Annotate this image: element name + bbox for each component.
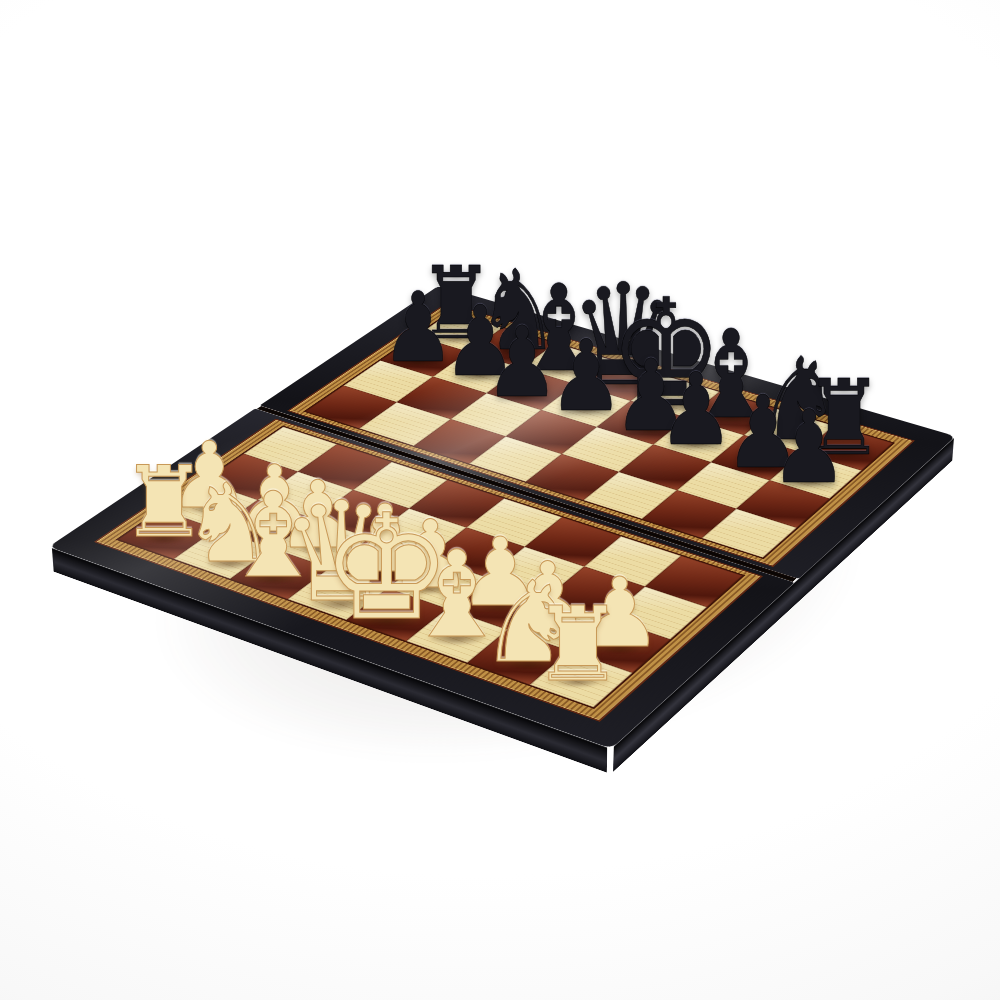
square-d3	[370, 508, 467, 557]
square-h5	[702, 509, 797, 558]
square-e2	[388, 557, 487, 608]
square-c2	[272, 519, 370, 568]
square-g5	[642, 490, 736, 538]
square-g4	[584, 536, 681, 586]
photo-soften-layer: ♜♞♝♛♚♝♞♜♟♟♟♟♟♟♟♟♟♟♟♟♟♟♟♟♜♞♝♛♚♝♞♜	[0, 0, 1000, 1000]
square-d2	[329, 538, 427, 588]
square-c3	[313, 490, 409, 538]
square-h1	[530, 651, 633, 707]
square-f1	[406, 609, 507, 663]
square-h2	[569, 618, 670, 673]
chess-set-product-photo: ♜♞♝♛♚♝♞♜♟♟♟♟♟♟♟♟♟♟♟♟♟♟♟♟♜♞♝♛♚♝♞♜	[0, 0, 1000, 1000]
square-f3	[486, 547, 584, 598]
square-b1	[174, 529, 273, 579]
board-face	[49, 285, 956, 748]
square-c1	[230, 548, 329, 599]
square-f4	[525, 517, 621, 566]
square-f2	[447, 577, 547, 629]
board-perspective-viewport	[0, 0, 1000, 1000]
square-b2	[216, 500, 313, 548]
square-h4	[645, 556, 742, 607]
square-g2	[508, 598, 608, 651]
square-e3	[428, 527, 525, 577]
square-g1	[467, 630, 569, 685]
square-a1	[118, 510, 216, 559]
square-e4	[466, 498, 562, 546]
square-h3	[608, 587, 707, 640]
square-g3	[547, 566, 645, 618]
square-e1	[346, 588, 447, 641]
square-d1	[288, 568, 388, 620]
